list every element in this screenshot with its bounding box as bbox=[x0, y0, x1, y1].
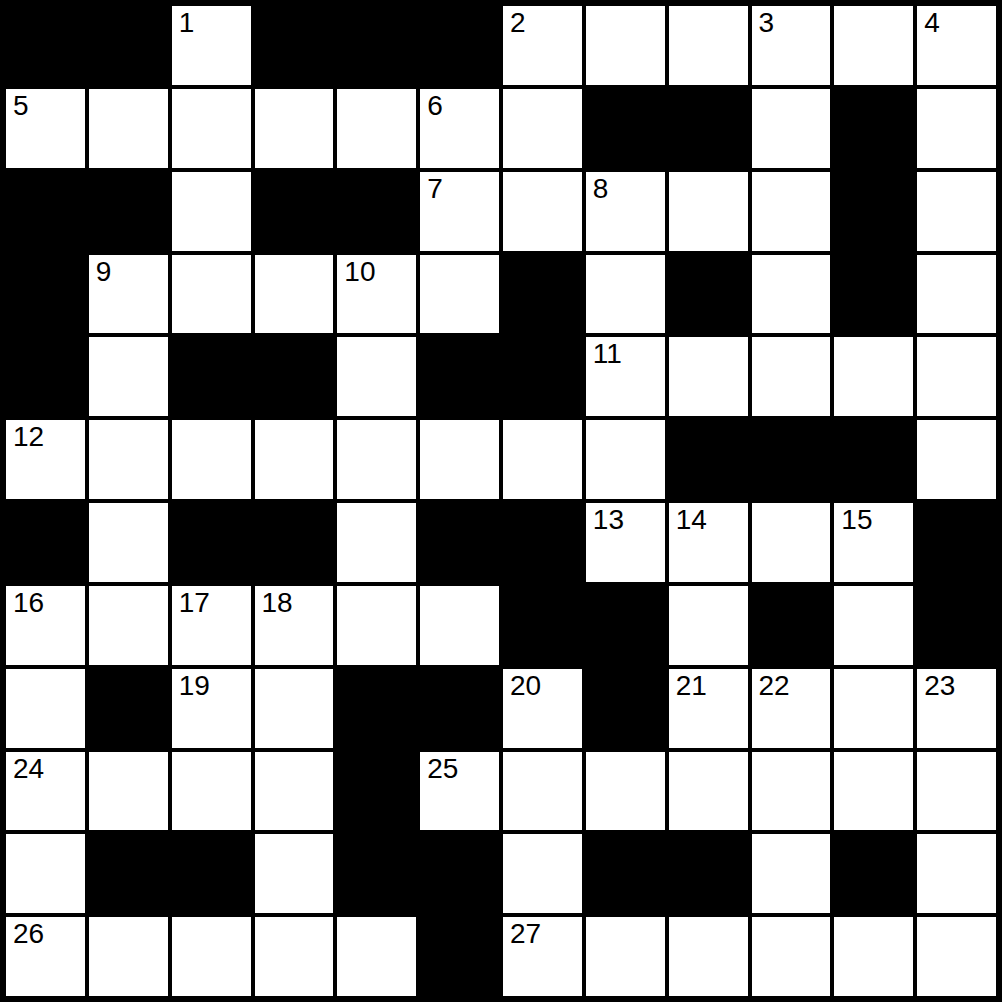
grid-cell[interactable] bbox=[253, 667, 336, 750]
block-cell bbox=[832, 253, 915, 336]
clue-number: 3 bbox=[759, 8, 775, 39]
grid-cell[interactable] bbox=[750, 501, 833, 584]
grid-cell[interactable] bbox=[87, 584, 170, 667]
grid-cell[interactable]: 12 bbox=[4, 418, 87, 501]
clue-number: 19 bbox=[179, 671, 210, 702]
grid-cell[interactable] bbox=[87, 335, 170, 418]
grid-cell[interactable]: 24 bbox=[4, 750, 87, 833]
grid-cell[interactable] bbox=[667, 335, 750, 418]
grid-cell[interactable] bbox=[915, 832, 998, 915]
block-cell bbox=[4, 501, 87, 584]
block-cell bbox=[418, 667, 501, 750]
block-cell bbox=[418, 832, 501, 915]
block-cell bbox=[667, 832, 750, 915]
grid-cell[interactable] bbox=[4, 832, 87, 915]
block-cell bbox=[667, 253, 750, 336]
block-cell bbox=[418, 335, 501, 418]
clue-number: 11 bbox=[593, 339, 622, 370]
grid-cell[interactable]: 27 bbox=[501, 915, 584, 998]
grid-cell[interactable] bbox=[170, 915, 253, 998]
block-cell bbox=[584, 87, 667, 170]
block-cell bbox=[832, 170, 915, 253]
grid-cell[interactable] bbox=[253, 418, 336, 501]
grid-cell[interactable] bbox=[750, 170, 833, 253]
grid-cell[interactable] bbox=[87, 750, 170, 833]
clue-number: 22 bbox=[759, 671, 790, 702]
grid-cell[interactable]: 20 bbox=[501, 667, 584, 750]
block-cell bbox=[335, 750, 418, 833]
grid-cell[interactable] bbox=[335, 418, 418, 501]
grid-cell[interactable] bbox=[750, 335, 833, 418]
block-cell bbox=[501, 253, 584, 336]
grid-cell[interactable] bbox=[915, 253, 998, 336]
grid-cell[interactable] bbox=[750, 915, 833, 998]
block-cell bbox=[750, 584, 833, 667]
grid-cell[interactable] bbox=[335, 501, 418, 584]
grid-cell[interactable]: 18 bbox=[253, 584, 336, 667]
block-cell bbox=[335, 832, 418, 915]
grid-cell[interactable] bbox=[832, 667, 915, 750]
block-cell bbox=[750, 418, 833, 501]
grid-cell[interactable] bbox=[915, 335, 998, 418]
block-cell bbox=[87, 170, 170, 253]
grid-cell[interactable] bbox=[170, 87, 253, 170]
grid-cell[interactable] bbox=[170, 253, 253, 336]
grid-cell[interactable] bbox=[750, 750, 833, 833]
block-cell bbox=[915, 501, 998, 584]
grid-cell[interactable]: 13 bbox=[584, 501, 667, 584]
grid-cell[interactable] bbox=[584, 750, 667, 833]
grid-cell[interactable]: 4 bbox=[915, 4, 998, 87]
grid-cell[interactable] bbox=[832, 915, 915, 998]
clue-number: 20 bbox=[510, 671, 541, 702]
grid-cell[interactable]: 7 bbox=[418, 170, 501, 253]
grid-cell[interactable]: 15 bbox=[832, 501, 915, 584]
block-cell bbox=[501, 335, 584, 418]
clue-number: 17 bbox=[179, 588, 210, 619]
clue-number: 5 bbox=[13, 91, 29, 122]
grid-cell[interactable] bbox=[832, 750, 915, 833]
block-cell bbox=[253, 335, 336, 418]
clue-number: 18 bbox=[262, 588, 293, 619]
clue-number: 6 bbox=[427, 91, 443, 122]
grid-cell[interactable]: 2 bbox=[501, 4, 584, 87]
block-cell bbox=[418, 915, 501, 998]
clue-number: 13 bbox=[593, 505, 624, 536]
clue-number: 4 bbox=[924, 8, 940, 39]
grid-cell[interactable] bbox=[915, 87, 998, 170]
grid-cell[interactable]: 21 bbox=[667, 667, 750, 750]
clue-number: 2 bbox=[510, 8, 526, 39]
block-cell bbox=[501, 501, 584, 584]
grid-cell[interactable]: 9 bbox=[87, 253, 170, 336]
grid-cell[interactable]: 16 bbox=[4, 584, 87, 667]
grid-cell[interactable] bbox=[335, 335, 418, 418]
grid-cell[interactable] bbox=[832, 335, 915, 418]
grid-cell[interactable]: 3 bbox=[750, 4, 833, 87]
grid-cell[interactable] bbox=[915, 915, 998, 998]
grid-cell[interactable]: 25 bbox=[418, 750, 501, 833]
block-cell bbox=[335, 667, 418, 750]
block-cell bbox=[584, 584, 667, 667]
clue-number: 8 bbox=[593, 174, 609, 205]
block-cell bbox=[832, 418, 915, 501]
grid-cell[interactable] bbox=[915, 750, 998, 833]
grid-cell[interactable]: 8 bbox=[584, 170, 667, 253]
block-cell bbox=[667, 87, 750, 170]
grid-cell[interactable]: 10 bbox=[335, 253, 418, 336]
clue-number: 26 bbox=[13, 919, 44, 950]
block-cell bbox=[584, 667, 667, 750]
grid-cell[interactable] bbox=[253, 87, 336, 170]
grid-cell[interactable] bbox=[832, 584, 915, 667]
clue-number: 24 bbox=[13, 754, 44, 785]
grid-cell[interactable] bbox=[418, 253, 501, 336]
grid-cell[interactable] bbox=[750, 832, 833, 915]
grid-cell[interactable] bbox=[501, 87, 584, 170]
block-cell bbox=[4, 4, 87, 87]
grid-cell[interactable] bbox=[253, 750, 336, 833]
grid-cell[interactable] bbox=[501, 170, 584, 253]
grid-cell[interactable] bbox=[87, 501, 170, 584]
block-cell bbox=[253, 170, 336, 253]
grid-cell[interactable] bbox=[418, 418, 501, 501]
grid-cell[interactable]: 23 bbox=[915, 667, 998, 750]
grid-cell[interactable] bbox=[501, 750, 584, 833]
grid-cell[interactable]: 11 bbox=[584, 335, 667, 418]
grid-cell[interactable] bbox=[584, 418, 667, 501]
grid-cell[interactable] bbox=[4, 667, 87, 750]
clue-number: 9 bbox=[96, 257, 112, 288]
block-cell bbox=[4, 335, 87, 418]
grid-cell[interactable] bbox=[170, 170, 253, 253]
block-cell bbox=[832, 832, 915, 915]
block-cell bbox=[87, 4, 170, 87]
grid-cell[interactable] bbox=[170, 750, 253, 833]
grid-cell[interactable]: 5 bbox=[4, 87, 87, 170]
grid-cell[interactable] bbox=[667, 4, 750, 87]
grid-cell[interactable] bbox=[750, 87, 833, 170]
grid-cell[interactable] bbox=[335, 87, 418, 170]
block-cell bbox=[253, 501, 336, 584]
clue-number: 7 bbox=[427, 174, 443, 205]
clue-number: 16 bbox=[13, 588, 44, 619]
block-cell bbox=[667, 418, 750, 501]
clue-number: 10 bbox=[344, 257, 375, 288]
grid-cell[interactable] bbox=[667, 584, 750, 667]
clue-number: 12 bbox=[13, 422, 44, 453]
grid-cell[interactable] bbox=[170, 418, 253, 501]
block-cell bbox=[170, 501, 253, 584]
block-cell bbox=[501, 584, 584, 667]
grid-cell[interactable] bbox=[584, 4, 667, 87]
clue-number: 15 bbox=[841, 505, 872, 536]
grid-cell[interactable]: 6 bbox=[418, 87, 501, 170]
grid-cell[interactable] bbox=[832, 4, 915, 87]
grid-cell[interactable]: 22 bbox=[750, 667, 833, 750]
grid-cell[interactable] bbox=[750, 253, 833, 336]
grid-cell[interactable]: 17 bbox=[170, 584, 253, 667]
block-cell bbox=[170, 335, 253, 418]
crossword-grid: 1234567891011121314151617181920212223242… bbox=[0, 0, 1002, 1002]
grid-cell[interactable] bbox=[501, 418, 584, 501]
grid-cell[interactable] bbox=[584, 915, 667, 998]
block-cell bbox=[584, 832, 667, 915]
grid-cell[interactable] bbox=[335, 915, 418, 998]
grid-cell[interactable]: 19 bbox=[170, 667, 253, 750]
clue-number: 14 bbox=[676, 505, 707, 536]
grid-cell[interactable] bbox=[335, 584, 418, 667]
grid-cell[interactable] bbox=[418, 584, 501, 667]
block-cell bbox=[832, 87, 915, 170]
block-cell bbox=[87, 667, 170, 750]
grid-cell[interactable]: 26 bbox=[4, 915, 87, 998]
grid-cell[interactable] bbox=[87, 418, 170, 501]
grid-cell[interactable] bbox=[87, 915, 170, 998]
block-cell bbox=[418, 4, 501, 87]
grid-cell[interactable] bbox=[253, 253, 336, 336]
grid-cell[interactable] bbox=[915, 418, 998, 501]
block-cell bbox=[418, 501, 501, 584]
clue-number: 21 bbox=[676, 671, 707, 702]
grid-cell[interactable]: 1 bbox=[170, 4, 253, 87]
clue-number: 1 bbox=[179, 8, 195, 39]
grid-cell[interactable]: 14 bbox=[667, 501, 750, 584]
clue-number: 25 bbox=[427, 754, 458, 785]
grid-cell[interactable] bbox=[667, 170, 750, 253]
block-cell bbox=[335, 4, 418, 87]
grid-cell[interactable] bbox=[584, 253, 667, 336]
clue-number: 27 bbox=[510, 919, 541, 950]
block-cell bbox=[170, 832, 253, 915]
grid-cell[interactable] bbox=[253, 915, 336, 998]
block-cell bbox=[915, 584, 998, 667]
block-cell bbox=[335, 170, 418, 253]
block-cell bbox=[253, 4, 336, 87]
grid-cell[interactable] bbox=[667, 750, 750, 833]
grid-cell[interactable] bbox=[667, 915, 750, 998]
grid-cell[interactable] bbox=[253, 832, 336, 915]
block-cell bbox=[4, 170, 87, 253]
grid-cell[interactable] bbox=[501, 832, 584, 915]
block-cell bbox=[4, 253, 87, 336]
grid-cell[interactable] bbox=[87, 87, 170, 170]
clue-number: 23 bbox=[924, 671, 955, 702]
grid-cell[interactable] bbox=[915, 170, 998, 253]
block-cell bbox=[87, 832, 170, 915]
